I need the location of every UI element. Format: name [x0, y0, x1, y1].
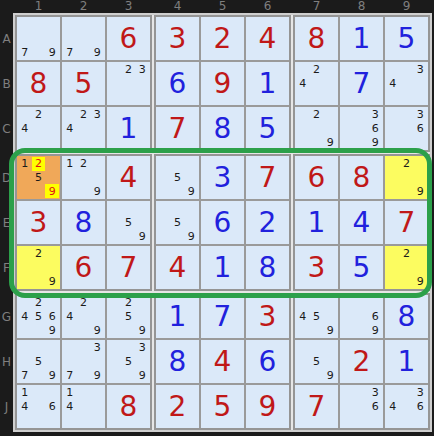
- candidate-empty: [108, 216, 122, 230]
- box-1: 797968523242341: [15, 15, 152, 152]
- candidate-4: 4: [296, 310, 310, 324]
- candidate-empty: [323, 296, 337, 310]
- candidate-empty: [296, 90, 310, 104]
- cell-H8[interactable]: 2: [340, 340, 383, 383]
- candidate-6: 6: [368, 122, 382, 136]
- cell-J6[interactable]: 9: [246, 385, 289, 428]
- candidate-empty: [355, 323, 369, 337]
- candidate-empty: [45, 157, 59, 171]
- candidate-empty: [77, 18, 91, 32]
- cell-H1[interactable]: 579: [17, 340, 60, 383]
- candidate-empty: [323, 355, 337, 369]
- candidate-9: 9: [90, 45, 104, 59]
- cell-E2[interactable]: 8: [62, 201, 105, 244]
- candidate-4: 4: [386, 400, 400, 414]
- candidate-grid: 14: [62, 385, 105, 428]
- candidate-empty: [108, 229, 122, 243]
- cell-B5[interactable]: 9: [201, 62, 244, 105]
- candidate-empty: [63, 355, 77, 369]
- cell-D6[interactable]: 7: [246, 156, 289, 199]
- cell-G6[interactable]: 3: [246, 295, 289, 338]
- box-5: 59375962418: [154, 154, 291, 291]
- candidate-empty: [77, 323, 91, 337]
- cell-value: 7: [340, 62, 383, 105]
- candidate-empty: [77, 355, 91, 369]
- box-4: 1259129438592967: [15, 154, 152, 291]
- box-8: 173846259: [154, 293, 291, 430]
- cell-F1[interactable]: 29: [17, 246, 60, 289]
- candidate-empty: [122, 323, 136, 337]
- cell-F8[interactable]: 5: [340, 246, 383, 289]
- cell-value: 8: [295, 17, 338, 60]
- cell-J1[interactable]: 146: [17, 385, 60, 428]
- candidate-empty: [296, 135, 310, 149]
- cell-D3[interactable]: 4: [107, 156, 150, 199]
- candidate-empty: [77, 310, 91, 324]
- candidate-empty: [413, 90, 427, 104]
- cell-F2[interactable]: 6: [62, 246, 105, 289]
- cell-D7[interactable]: 6: [295, 156, 338, 199]
- candidate-empty: [32, 400, 46, 414]
- cell-C7[interactable]: 29: [295, 107, 338, 150]
- cell-value: 1: [385, 340, 428, 383]
- candidate-empty: [63, 108, 77, 122]
- candidate-empty: [63, 32, 77, 46]
- candidate-empty: [90, 32, 104, 46]
- candidate-4: 4: [63, 400, 77, 414]
- candidate-empty: [45, 122, 59, 136]
- candidate-empty: [135, 355, 149, 369]
- candidate-empty: [63, 135, 77, 149]
- candidate-empty: [18, 135, 32, 149]
- candidate-empty: [341, 400, 355, 414]
- box-2: 324691785: [154, 15, 291, 152]
- candidate-empty: [135, 216, 149, 230]
- candidate-empty: [77, 171, 91, 185]
- cell-value: 5: [201, 385, 244, 428]
- candidate-9: 9: [90, 323, 104, 337]
- row-label-A: A: [0, 32, 13, 46]
- candidate-3: 3: [135, 341, 149, 355]
- cell-A6[interactable]: 4: [246, 17, 289, 60]
- cell-F9[interactable]: 29: [385, 246, 428, 289]
- cell-J9[interactable]: 346: [385, 385, 428, 428]
- candidate-3: 3: [90, 108, 104, 122]
- candidate-empty: [77, 135, 91, 149]
- candidate-9: 9: [368, 135, 382, 149]
- candidate-empty: [45, 355, 59, 369]
- cell-J5[interactable]: 5: [201, 385, 244, 428]
- candidate-6: 6: [45, 310, 59, 324]
- candidate-2: 2: [32, 296, 46, 310]
- cell-value: 4: [107, 156, 150, 199]
- candidate-2: 2: [32, 157, 46, 171]
- candidate-empty: [18, 355, 32, 369]
- candidate-grid: 146: [17, 385, 60, 428]
- cell-H6[interactable]: 6: [246, 340, 289, 383]
- candidate-grid: 459: [295, 295, 338, 338]
- candidate-empty: [32, 45, 46, 59]
- cell-E6[interactable]: 2: [246, 201, 289, 244]
- cell-value: 7: [201, 295, 244, 338]
- candidate-empty: [323, 122, 337, 136]
- cell-E1[interactable]: 3: [17, 201, 60, 244]
- candidate-empty: [323, 108, 337, 122]
- candidate-empty: [400, 108, 414, 122]
- candidate-empty: [400, 63, 414, 77]
- row-label-G: G: [0, 310, 13, 324]
- cell-value: 4: [201, 340, 244, 383]
- candidate-empty: [18, 18, 32, 32]
- cell-B4[interactable]: 6: [156, 62, 199, 105]
- candidate-9: 9: [323, 368, 337, 382]
- cell-A3[interactable]: 6: [107, 17, 150, 60]
- candidate-7: 7: [18, 368, 32, 382]
- cell-G3[interactable]: 259: [107, 295, 150, 338]
- candidate-empty: [157, 157, 171, 171]
- row-label-H: H: [0, 355, 13, 369]
- candidate-grid: 29: [385, 156, 428, 199]
- cell-G5[interactable]: 7: [201, 295, 244, 338]
- cell-value: 2: [156, 385, 199, 428]
- cell-value: 1: [246, 62, 289, 105]
- cell-E3[interactable]: 59: [107, 201, 150, 244]
- candidate-empty: [32, 18, 46, 32]
- candidate-2: 2: [77, 296, 91, 310]
- cell-E4[interactable]: 59: [156, 201, 199, 244]
- candidate-6: 6: [413, 122, 427, 136]
- candidate-empty: [355, 108, 369, 122]
- cell-C5[interactable]: 8: [201, 107, 244, 150]
- candidate-6: 6: [413, 400, 427, 414]
- candidate-7: 7: [63, 368, 77, 382]
- candidate-empty: [413, 413, 427, 427]
- cell-value: 4: [246, 17, 289, 60]
- cell-G2[interactable]: 249: [62, 295, 105, 338]
- candidate-empty: [341, 296, 355, 310]
- cell-C3[interactable]: 1: [107, 107, 150, 150]
- candidate-2: 2: [32, 247, 46, 261]
- candidate-empty: [45, 261, 59, 275]
- candidate-empty: [341, 108, 355, 122]
- cell-value: 5: [385, 17, 428, 60]
- cell-B9[interactable]: 34: [385, 62, 428, 105]
- candidate-empty: [310, 368, 324, 382]
- cell-C4[interactable]: 7: [156, 107, 199, 150]
- cell-D8[interactable]: 8: [340, 156, 383, 199]
- candidate-empty: [90, 18, 104, 32]
- candidate-9: 9: [323, 135, 337, 149]
- candidate-empty: [341, 323, 355, 337]
- candidate-empty: [122, 341, 136, 355]
- candidate-empty: [108, 296, 122, 310]
- cell-E8[interactable]: 4: [340, 201, 383, 244]
- cell-F3[interactable]: 7: [107, 246, 150, 289]
- candidate-grid: 59: [156, 156, 199, 199]
- candidate-empty: [386, 63, 400, 77]
- cell-C2[interactable]: 234: [62, 107, 105, 150]
- cell-H4[interactable]: 8: [156, 340, 199, 383]
- cell-D9[interactable]: 29: [385, 156, 428, 199]
- cell-value: 6: [295, 156, 338, 199]
- cell-G7[interactable]: 459: [295, 295, 338, 338]
- candidate-grid: 36: [340, 385, 383, 428]
- candidate-empty: [296, 63, 310, 77]
- candidate-grid: 36: [385, 107, 428, 150]
- candidate-empty: [32, 261, 46, 275]
- candidate-empty: [77, 32, 91, 46]
- candidate-3: 3: [413, 63, 427, 77]
- candidate-empty: [413, 247, 427, 261]
- candidate-empty: [18, 247, 32, 261]
- candidate-empty: [310, 323, 324, 337]
- candidate-empty: [18, 323, 32, 337]
- candidate-2: 2: [122, 296, 136, 310]
- candidate-grid: 29: [17, 246, 60, 289]
- cell-B1[interactable]: 8: [17, 62, 60, 105]
- candidate-empty: [108, 90, 122, 104]
- cell-G8[interactable]: 69: [340, 295, 383, 338]
- candidate-empty: [32, 135, 46, 149]
- candidate-empty: [45, 341, 59, 355]
- candidate-empty: [63, 341, 77, 355]
- cell-H9[interactable]: 1: [385, 340, 428, 383]
- candidate-empty: [90, 355, 104, 369]
- candidate-empty: [45, 32, 59, 46]
- candidate-empty: [413, 171, 427, 185]
- candidate-empty: [400, 413, 414, 427]
- candidate-empty: [32, 386, 46, 400]
- candidate-empty: [368, 296, 382, 310]
- cell-C9[interactable]: 36: [385, 107, 428, 150]
- candidate-empty: [77, 341, 91, 355]
- candidate-empty: [63, 413, 77, 427]
- cell-B2[interactable]: 5: [62, 62, 105, 105]
- candidate-empty: [386, 171, 400, 185]
- cell-value: 3: [17, 201, 60, 244]
- candidate-empty: [108, 63, 122, 77]
- candidate-empty: [355, 400, 369, 414]
- cell-J7[interactable]: 7: [295, 385, 338, 428]
- cell-G1[interactable]: 24569: [17, 295, 60, 338]
- candidate-empty: [63, 18, 77, 32]
- candidate-5: 5: [310, 310, 324, 324]
- candidate-empty: [122, 90, 136, 104]
- cell-A9[interactable]: 5: [385, 17, 428, 60]
- cell-value: 7: [295, 385, 338, 428]
- cell-H7[interactable]: 59: [295, 340, 338, 383]
- candidate-grid: 79: [62, 17, 105, 60]
- candidate-grid: 259: [107, 295, 150, 338]
- candidate-empty: [171, 157, 185, 171]
- candidate-empty: [386, 274, 400, 288]
- candidate-empty: [368, 413, 382, 427]
- row-label-C: C: [0, 122, 13, 136]
- candidate-5: 5: [171, 216, 185, 230]
- candidate-9: 9: [45, 184, 59, 198]
- candidate-2: 2: [400, 247, 414, 261]
- candidate-empty: [296, 296, 310, 310]
- cell-B3[interactable]: 23: [107, 62, 150, 105]
- cell-G9[interactable]: 8: [385, 295, 428, 338]
- cell-F6[interactable]: 8: [246, 246, 289, 289]
- cell-value: 8: [246, 246, 289, 289]
- candidate-empty: [32, 184, 46, 198]
- candidate-empty: [296, 341, 310, 355]
- candidate-empty: [77, 184, 91, 198]
- candidate-empty: [45, 135, 59, 149]
- candidate-empty: [32, 368, 46, 382]
- candidate-empty: [386, 261, 400, 275]
- candidate-empty: [90, 310, 104, 324]
- cell-J8[interactable]: 36: [340, 385, 383, 428]
- candidate-empty: [341, 386, 355, 400]
- cell-value: 5: [340, 246, 383, 289]
- candidate-9: 9: [135, 229, 149, 243]
- cell-D1[interactable]: 1259: [17, 156, 60, 199]
- candidate-empty: [413, 261, 427, 275]
- candidate-grid: 24: [295, 62, 338, 105]
- candidate-empty: [135, 296, 149, 310]
- candidate-empty: [171, 184, 185, 198]
- candidate-5: 5: [122, 355, 136, 369]
- candidate-empty: [108, 341, 122, 355]
- candidate-empty: [108, 310, 122, 324]
- candidate-empty: [45, 386, 59, 400]
- cell-J2[interactable]: 14: [62, 385, 105, 428]
- cell-B6[interactable]: 1: [246, 62, 289, 105]
- candidate-9: 9: [184, 229, 198, 243]
- cell-D4[interactable]: 59: [156, 156, 199, 199]
- candidate-6: 6: [368, 400, 382, 414]
- candidate-empty: [122, 229, 136, 243]
- cell-J4[interactable]: 2: [156, 385, 199, 428]
- candidate-2: 2: [32, 108, 46, 122]
- box-6: 68291473529: [293, 154, 430, 291]
- candidate-empty: [413, 77, 427, 91]
- cell-value: 6: [62, 246, 105, 289]
- candidate-9: 9: [413, 184, 427, 198]
- candidate-grid: 129: [62, 156, 105, 199]
- candidate-7: 7: [63, 45, 77, 59]
- cell-H3[interactable]: 359: [107, 340, 150, 383]
- cell-A1[interactable]: 79: [17, 17, 60, 60]
- cell-value: 6: [201, 201, 244, 244]
- column-label-1: 1: [35, 0, 43, 13]
- candidate-empty: [122, 202, 136, 216]
- cell-A8[interactable]: 1: [340, 17, 383, 60]
- cell-A2[interactable]: 79: [62, 17, 105, 60]
- candidate-empty: [323, 341, 337, 355]
- cell-F5[interactable]: 1: [201, 246, 244, 289]
- candidate-empty: [386, 184, 400, 198]
- candidate-2: 2: [310, 108, 324, 122]
- candidate-5: 5: [32, 171, 46, 185]
- cell-value: 8: [201, 107, 244, 150]
- candidate-9: 9: [184, 184, 198, 198]
- candidate-3: 3: [90, 341, 104, 355]
- candidate-empty: [135, 90, 149, 104]
- candidate-empty: [122, 77, 136, 91]
- cell-J3[interactable]: 8: [107, 385, 150, 428]
- candidate-empty: [184, 171, 198, 185]
- box-9: 4596985921736346: [293, 293, 430, 430]
- candidate-empty: [63, 323, 77, 337]
- candidate-empty: [90, 135, 104, 149]
- cell-C1[interactable]: 24: [17, 107, 60, 150]
- cell-H2[interactable]: 379: [62, 340, 105, 383]
- candidate-empty: [341, 135, 355, 149]
- candidate-empty: [400, 386, 414, 400]
- column-label-4: 4: [174, 0, 182, 13]
- candidate-5: 5: [32, 310, 46, 324]
- cell-C8[interactable]: 369: [340, 107, 383, 150]
- candidate-grid: 379: [62, 340, 105, 383]
- row-label-D: D: [0, 171, 13, 185]
- cell-A7[interactable]: 8: [295, 17, 338, 60]
- candidate-3: 3: [413, 108, 427, 122]
- candidate-grid: 23: [107, 62, 150, 105]
- candidate-5: 5: [310, 355, 324, 369]
- candidate-empty: [90, 386, 104, 400]
- candidate-3: 3: [368, 386, 382, 400]
- candidate-empty: [18, 341, 32, 355]
- cell-E5[interactable]: 6: [201, 201, 244, 244]
- column-label-9: 9: [403, 0, 411, 13]
- candidate-4: 4: [18, 122, 32, 136]
- candidate-empty: [184, 202, 198, 216]
- candidate-grid: 34: [385, 62, 428, 105]
- cell-value: 3: [295, 246, 338, 289]
- cell-D2[interactable]: 129: [62, 156, 105, 199]
- cell-E9[interactable]: 7: [385, 201, 428, 244]
- candidate-empty: [157, 184, 171, 198]
- cell-A4[interactable]: 3: [156, 17, 199, 60]
- cell-A5[interactable]: 2: [201, 17, 244, 60]
- cell-H5[interactable]: 4: [201, 340, 244, 383]
- cell-E7[interactable]: 1: [295, 201, 338, 244]
- candidate-1: 1: [63, 386, 77, 400]
- row-label-E: E: [0, 216, 13, 230]
- cell-value: 5: [62, 62, 105, 105]
- candidate-grid: 59: [107, 201, 150, 244]
- candidate-empty: [386, 122, 400, 136]
- candidate-grid: 59: [295, 340, 338, 383]
- candidate-empty: [184, 157, 198, 171]
- candidate-9: 9: [323, 323, 337, 337]
- cell-B8[interactable]: 7: [340, 62, 383, 105]
- cell-value: 6: [156, 62, 199, 105]
- candidate-empty: [296, 108, 310, 122]
- candidate-empty: [45, 413, 59, 427]
- cell-G4[interactable]: 1: [156, 295, 199, 338]
- cell-value: 9: [201, 62, 244, 105]
- candidate-empty: [77, 413, 91, 427]
- candidate-grid: 346: [385, 385, 428, 428]
- column-label-7: 7: [313, 0, 321, 13]
- candidate-empty: [122, 368, 136, 382]
- candidate-grid: 24: [17, 107, 60, 150]
- cell-B7[interactable]: 24: [295, 62, 338, 105]
- cell-value: 7: [385, 201, 428, 244]
- cell-value: 6: [246, 340, 289, 383]
- cell-C6[interactable]: 5: [246, 107, 289, 150]
- cell-F4[interactable]: 4: [156, 246, 199, 289]
- cell-F7[interactable]: 3: [295, 246, 338, 289]
- candidate-2: 2: [122, 63, 136, 77]
- candidate-empty: [90, 413, 104, 427]
- cell-D5[interactable]: 3: [201, 156, 244, 199]
